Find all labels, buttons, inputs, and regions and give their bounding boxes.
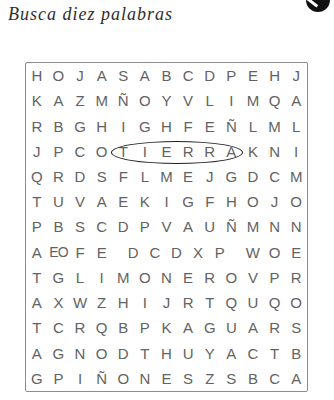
grid-cell-r13c6[interactable]: N — [134, 366, 156, 391]
grid-cell-r9c3[interactable]: L — [69, 265, 91, 290]
grid-cell-r11c6[interactable]: P — [134, 315, 156, 340]
grid-cell-r7c13[interactable]: N — [285, 214, 307, 239]
grid-cell-r4c1[interactable]: J — [26, 139, 48, 164]
grid-cell-r5c9[interactable]: J — [199, 164, 221, 189]
grid-cell-r7c12[interactable]: N — [264, 214, 286, 239]
grid-cell-r9c10[interactable]: O — [221, 265, 243, 290]
grid-cell-r4c4[interactable]: O — [91, 139, 113, 164]
grid-cell-r4c11[interactable]: K — [242, 139, 264, 164]
grid-cell-r2c13[interactable]: A — [285, 88, 307, 113]
grid-cell-r8c1[interactable]: A — [26, 240, 48, 265]
grid-cell-r1c4[interactable]: A — [91, 63, 113, 88]
corner-dot-icon — [306, 0, 330, 12]
grid-cell-r8c13[interactable]: E — [285, 240, 307, 265]
grid-cell-r8c5[interactable]: D — [122, 240, 144, 265]
grid-cell-r3c11[interactable]: L — [242, 113, 264, 138]
grid-cell-r6c5[interactable]: E — [112, 189, 134, 214]
grid-cell-r5c10[interactable]: G — [221, 164, 243, 189]
grid-cell-r3c1[interactable]: R — [26, 113, 48, 138]
grid-cell-r6c9[interactable]: F — [199, 189, 221, 214]
grid-cell-r3c5[interactable]: I — [112, 113, 134, 138]
grid-cell-r5c2[interactable]: R — [48, 164, 70, 189]
grid-cell-r13c12[interactable]: C — [264, 366, 286, 391]
grid-cell-r5c12[interactable]: C — [264, 164, 286, 189]
grid-cell-r4c6[interactable]: I — [134, 139, 156, 164]
grid-cell-r10c7[interactable]: J — [156, 290, 178, 315]
grid-cell-r8c9[interactable]: P — [209, 240, 231, 265]
grid-cell-r9c13[interactable]: R — [285, 265, 307, 290]
grid-cell-r13c8[interactable]: S — [177, 366, 199, 391]
grid-cell-r6c1[interactable]: T — [26, 189, 48, 214]
grid-cell-r13c4[interactable]: Ñ — [91, 366, 113, 391]
grid-cell-r11c3[interactable]: R — [69, 315, 91, 340]
grid-cell-r11c7[interactable]: K — [156, 315, 178, 340]
worksheet-page: Busca diez palabras HOJASABCDPEHJKAZMÑOY… — [0, 0, 334, 400]
grid-cell-r10c5[interactable]: H — [112, 290, 134, 315]
grid-cell-r11c2[interactable]: C — [48, 315, 70, 340]
grid-cell-r2c12[interactable]: Q — [264, 88, 286, 113]
grid-cell-r9c4[interactable]: I — [91, 265, 113, 290]
grid-cell-r3c9[interactable]: E — [199, 113, 221, 138]
grid-cell-r8c3[interactable]: F — [69, 240, 91, 265]
grid-cell-r6c6[interactable]: K — [134, 189, 156, 214]
grid-cell-r3c3[interactable]: G — [69, 113, 91, 138]
grid-cell-r2c10[interactable]: I — [221, 88, 243, 113]
grid-cell-r13c13[interactable]: A — [285, 366, 307, 391]
grid-cell-r13c1[interactable]: G — [26, 366, 48, 391]
grid-cell-r8c11[interactable]: W — [242, 240, 264, 265]
grid-cell-r1c10[interactable]: P — [221, 63, 243, 88]
grid-cell-r10c12[interactable]: Q — [264, 290, 286, 315]
grid-cell-r1c5[interactable]: S — [112, 63, 134, 88]
grid-cell-r3c10[interactable]: Ñ — [221, 113, 243, 138]
grid-cell-r9c8[interactable]: E — [177, 265, 199, 290]
grid-cell-r5c4[interactable]: S — [91, 164, 113, 189]
grid-cell-r13c5[interactable]: O — [112, 366, 134, 391]
grid-cell-r2c1[interactable]: K — [26, 88, 48, 113]
grid-cell-r6c3[interactable]: V — [69, 189, 91, 214]
grid-cell-r10c3[interactable]: W — [69, 290, 91, 315]
grid-cell-r12c6[interactable]: T — [134, 341, 156, 366]
grid-cell-r2c6[interactable]: O — [134, 88, 156, 113]
corner-dot-slash — [306, 0, 318, 8]
grid-cell-r13c7[interactable]: E — [156, 366, 178, 391]
grid-cell-r13c3[interactable]: I — [69, 366, 91, 391]
grid-cell-r12c11[interactable]: C — [242, 341, 264, 366]
grid-cell-r3c2[interactable]: B — [48, 113, 70, 138]
grid-cell-r5c1[interactable]: Q — [26, 164, 48, 189]
grid-cell-r8c6[interactable]: C — [144, 240, 166, 265]
grid-cell-r10c4[interactable]: Z — [91, 290, 113, 315]
word-search-board: HOJASABCDPEHJKAZMÑOYVLIMQARBGHIGHFEÑLMLJ… — [25, 62, 308, 392]
grid-cell-r5c11[interactable]: D — [242, 164, 264, 189]
grid-cell-r9c5[interactable]: M — [112, 265, 134, 290]
grid-cell-r11c9[interactable]: G — [199, 315, 221, 340]
grid-cell-r11c11[interactable]: A — [242, 315, 264, 340]
grid-cell-r12c1[interactable]: A — [26, 341, 48, 366]
grid-cell-r7c3[interactable]: S — [69, 214, 91, 239]
grid-cell-r7c8[interactable]: A — [177, 214, 199, 239]
grid-cell-r1c3[interactable]: J — [69, 63, 91, 88]
grid-cell-r10c6[interactable]: I — [134, 290, 156, 315]
grid-cell-r7c9[interactable]: U — [199, 214, 221, 239]
grid-cell-r9c11[interactable]: V — [242, 265, 264, 290]
grid-cell-r6c2[interactable]: U — [48, 189, 70, 214]
grid-cell-r12c4[interactable]: O — [91, 341, 113, 366]
grid-cell-r9c1[interactable]: T — [26, 265, 48, 290]
grid-cell-r3c12[interactable]: M — [264, 113, 286, 138]
grid-cell-r6c7[interactable]: I — [156, 189, 178, 214]
grid-cell-r8c2[interactable]: EO — [48, 240, 70, 265]
grid-cell-r6c10[interactable]: H — [221, 189, 243, 214]
grid-cell-r10c9[interactable]: T — [199, 290, 221, 315]
grid-cell-r10c11[interactable]: U — [242, 290, 264, 315]
grid-cell-r1c12[interactable]: H — [264, 63, 286, 88]
grid-cell-r11c13[interactable]: S — [285, 315, 307, 340]
grid-cell-r1c6[interactable]: A — [134, 63, 156, 88]
grid-cell-r13c10[interactable]: S — [221, 366, 243, 391]
grid-cell-r6c12[interactable]: J — [264, 189, 286, 214]
grid-cell-r8c8[interactable]: X — [187, 240, 209, 265]
grid-cell-r2c9[interactable]: L — [199, 88, 221, 113]
grid-cell-r5c7[interactable]: M — [156, 164, 178, 189]
grid-cell-r2c8[interactable]: V — [177, 88, 199, 113]
grid-cell-r3c8[interactable]: F — [177, 113, 199, 138]
grid-cell-r6c11[interactable]: O — [242, 189, 264, 214]
grid-cell-r4c5[interactable]: T — [112, 139, 134, 164]
grid-cell-r6c13[interactable]: O — [285, 189, 307, 214]
grid-cell-r7c4[interactable]: C — [91, 214, 113, 239]
grid-cell-r5c13[interactable]: M — [285, 164, 307, 189]
grid-cell-r5c5[interactable]: F — [112, 164, 134, 189]
grid-cell-r1c2[interactable]: O — [48, 63, 70, 88]
grid-cell-r4c8[interactable]: R — [177, 139, 199, 164]
grid-cell-r4c3[interactable]: C — [69, 139, 91, 164]
grid-cell-r12c7[interactable]: H — [156, 341, 178, 366]
grid-cell-r10c10[interactable]: Q — [221, 290, 243, 315]
grid-cell-r4c12[interactable]: N — [264, 139, 286, 164]
grid-cell-r5c8[interactable]: E — [177, 164, 199, 189]
grid-cell-r2c11[interactable]: M — [242, 88, 264, 113]
grid-cell-r10c13[interactable]: O — [285, 290, 307, 315]
grid-cell-r9c9[interactable]: R — [199, 265, 221, 290]
grid-cell-r6c8[interactable]: G — [177, 189, 199, 214]
grid-cell-r11c10[interactable]: U — [221, 315, 243, 340]
grid-cell-r2c5[interactable]: Ñ — [112, 88, 134, 113]
grid-cell-r7c7[interactable]: V — [156, 214, 178, 239]
grid-cell-r12c13[interactable]: B — [285, 341, 307, 366]
grid-cell-r2c2[interactable]: A — [48, 88, 70, 113]
grid-cell-r13c2[interactable]: P — [48, 366, 70, 391]
grid-cell-r2c7[interactable]: Y — [156, 88, 178, 113]
grid-cell-r3c4[interactable]: H — [91, 113, 113, 138]
grid-cell-r5c6[interactable]: L — [134, 164, 156, 189]
grid-cell-r11c4[interactable]: Q — [91, 315, 113, 340]
grid-cell-r4c10[interactable]: A — [221, 139, 243, 164]
grid-cell-r7c2[interactable]: B — [48, 214, 70, 239]
grid-cell-r7c6[interactable]: P — [134, 214, 156, 239]
grid-cell-r8c4[interactable]: E — [91, 240, 113, 265]
grid-cell-r12c5[interactable]: D — [112, 341, 134, 366]
grid-cell-r11c1[interactable]: T — [26, 315, 48, 340]
grid-cell-r12c12[interactable]: T — [264, 341, 286, 366]
grid-cell-r10c1[interactable]: A — [26, 290, 48, 315]
grid-cell-r1c9[interactable]: D — [199, 63, 221, 88]
grid-cell-r12c9[interactable]: Y — [199, 341, 221, 366]
grid-cell-r5c3[interactable]: D — [69, 164, 91, 189]
grid-cell-r4c2[interactable]: P — [48, 139, 70, 164]
grid-cell-r3c13[interactable]: L — [285, 113, 307, 138]
grid-cell-r9c6[interactable]: O — [134, 265, 156, 290]
grid-cell-r2c4[interactable]: M — [91, 88, 113, 113]
grid-cell-r9c7[interactable]: N — [156, 265, 178, 290]
grid-cell-r11c5[interactable]: B — [112, 315, 134, 340]
grid-cell-r6c4[interactable]: A — [91, 189, 113, 214]
grid-cell-r1c8[interactable]: C — [177, 63, 199, 88]
grid-cell-r7c1[interactable]: P — [26, 214, 48, 239]
grid-cell-r1c1[interactable]: H — [26, 63, 48, 88]
grid-cell-r12c10[interactable]: A — [221, 341, 243, 366]
grid-cell-r8c12[interactable]: O — [264, 240, 286, 265]
grid-cell-r11c8[interactable]: A — [177, 315, 199, 340]
grid-cell-r12c8[interactable]: U — [177, 341, 199, 366]
grid-cell-r3c6[interactable]: G — [134, 113, 156, 138]
grid-cell-r13c11[interactable]: B — [242, 366, 264, 391]
letter-grid: HOJASABCDPEHJKAZMÑOYVLIMQARBGHIGHFEÑLMLJ… — [26, 63, 307, 391]
grid-cell-r10c2[interactable]: X — [48, 290, 70, 315]
grid-cell-r4c13[interactable]: I — [285, 139, 307, 164]
grid-cell-r9c12[interactable]: P — [264, 265, 286, 290]
page-title: Busca diez palabras — [8, 4, 173, 25]
grid-cell-r12c3[interactable]: N — [69, 341, 91, 366]
grid-cell-r12c2[interactable]: G — [48, 341, 70, 366]
grid-cell-r8c7[interactable]: D — [166, 240, 188, 265]
grid-cell-r7c11[interactable]: M — [242, 214, 264, 239]
grid-cell-r9c2[interactable]: G — [48, 265, 70, 290]
grid-cell-r1c11[interactable]: E — [242, 63, 264, 88]
grid-cell-r13c9[interactable]: Z — [199, 366, 221, 391]
grid-cell-r10c8[interactable]: R — [177, 290, 199, 315]
grid-cell-r7c10[interactable]: Ñ — [221, 214, 243, 239]
grid-cell-r4c7[interactable]: E — [156, 139, 178, 164]
grid-cell-r3c7[interactable]: H — [156, 113, 178, 138]
grid-cell-r11c12[interactable]: R — [264, 315, 286, 340]
grid-cell-r4c9[interactable]: R — [199, 139, 221, 164]
grid-cell-r1c7[interactable]: B — [156, 63, 178, 88]
grid-cell-r1c13[interactable]: J — [285, 63, 307, 88]
grid-cell-r7c5[interactable]: D — [112, 214, 134, 239]
grid-cell-r2c3[interactable]: Z — [69, 88, 91, 113]
